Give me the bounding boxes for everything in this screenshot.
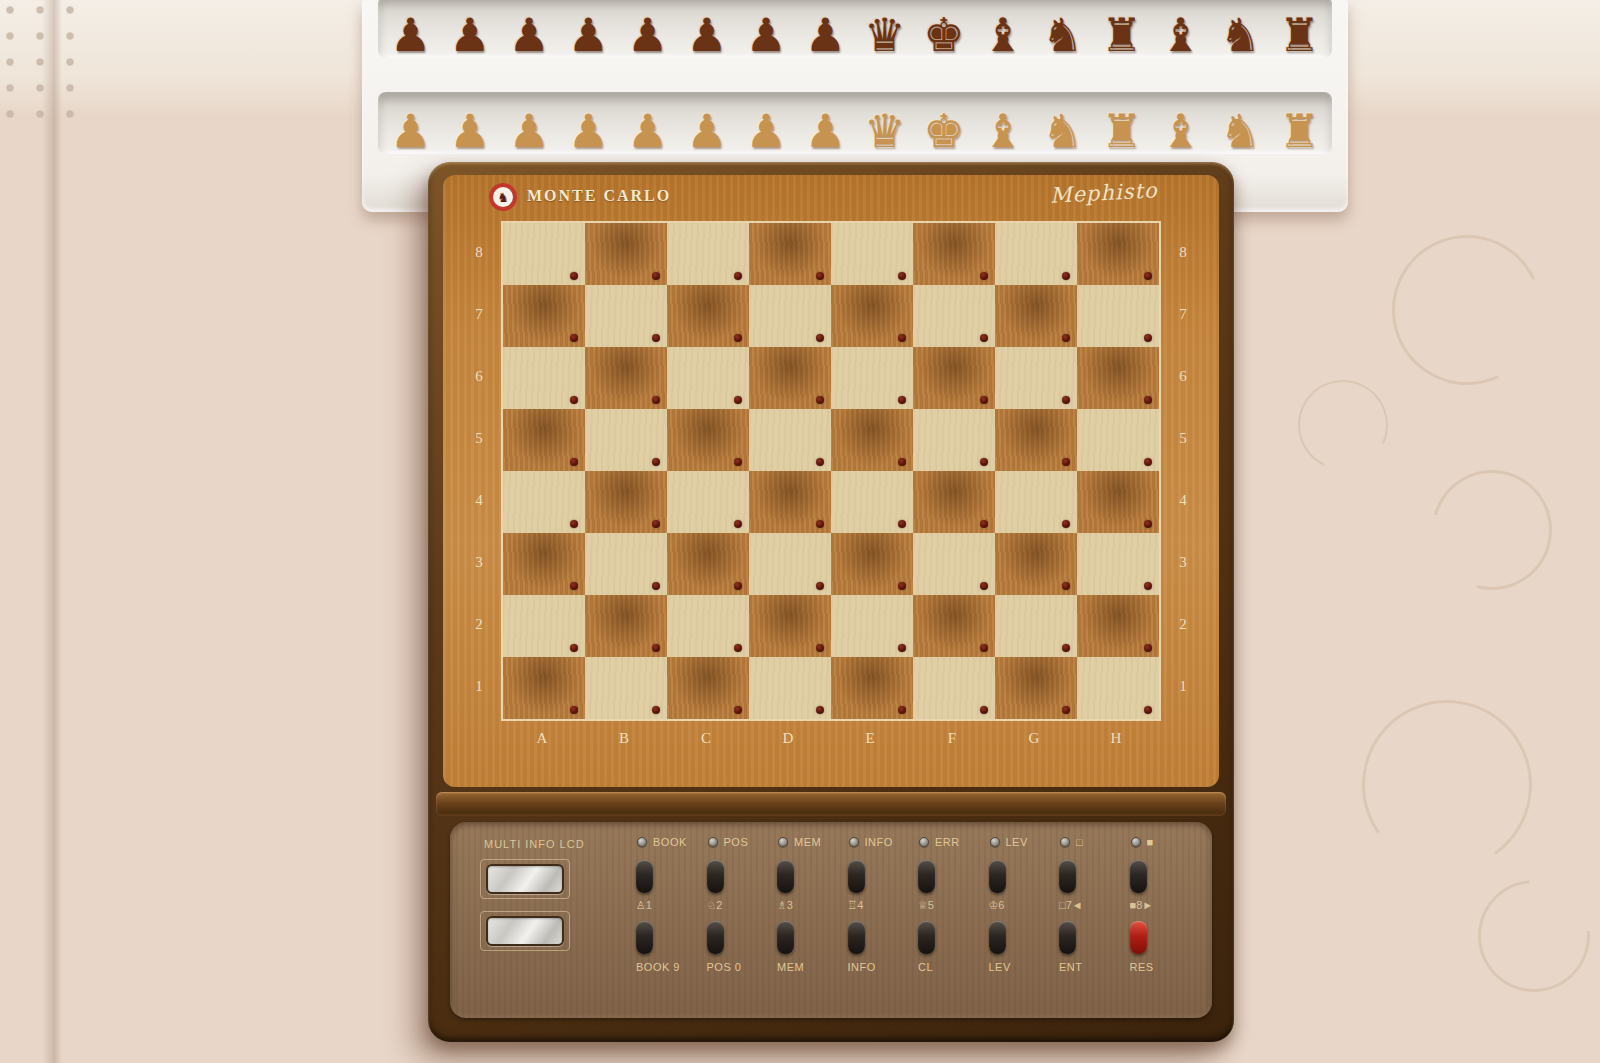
panel-column-2: POS♘2POS 0	[701, 832, 772, 1010]
square-c7[interactable]	[667, 285, 749, 347]
tray-piece-dark-6[interactable]: ♟	[686, 14, 727, 58]
led-label-ERR: ERR	[935, 836, 960, 848]
square-led-d3	[816, 582, 824, 590]
tray-piece-dark-2[interactable]: ♟	[449, 14, 490, 58]
square-d1[interactable]	[749, 657, 831, 719]
square-led-f8	[980, 272, 988, 280]
led-row-2: POS	[708, 832, 749, 852]
rank-label-right-4: 4	[1161, 469, 1205, 531]
board-face: ♞ MONTE CARLO Mephisto 87654321 ABCDEFGH…	[443, 175, 1219, 787]
led-label-BOOK: BOOK	[653, 836, 687, 848]
square-f6[interactable]	[913, 347, 995, 409]
tray-piece-light-16[interactable]: ♜	[1279, 110, 1320, 154]
tray-piece-light-11[interactable]: ♝	[983, 110, 1024, 154]
square-led-e3	[898, 582, 906, 590]
square-led-d2	[816, 644, 824, 652]
rank-label-left-3: 3	[457, 531, 501, 593]
panel-column-1: BOOK♙1BOOK 9	[630, 832, 701, 1010]
square-led-c4	[734, 520, 742, 528]
tray-piece-dark-9[interactable]: ♛	[864, 14, 905, 58]
mid-label-♗3: ♗3	[777, 898, 793, 913]
square-led-h7	[1144, 334, 1152, 342]
button-♕5[interactable]	[918, 860, 935, 893]
file-label-e: E	[829, 721, 911, 755]
square-led-a3	[570, 582, 578, 590]
panel-column-6: LEV♔6LEV	[983, 832, 1054, 1010]
tray-piece-light-3[interactable]: ♟	[509, 110, 550, 154]
square-b6[interactable]	[585, 347, 667, 409]
square-led-b6	[652, 396, 660, 404]
tray-piece-dark-13[interactable]: ♜	[1101, 14, 1142, 58]
swirl-decoration	[1349, 687, 1546, 884]
bottom-label-LEV: LEV	[989, 961, 1011, 973]
tray-piece-light-5[interactable]: ♟	[627, 110, 668, 154]
square-led-b3	[652, 582, 660, 590]
chess-computer: ♞ MONTE CARLO Mephisto 87654321 ABCDEFGH…	[428, 162, 1234, 1042]
tray-channel-light: ♟♟♟♟♟♟♟♟♛♚♝♞♜♝♞♜	[378, 92, 1332, 154]
tray-row-dark: ♟♟♟♟♟♟♟♟♛♚♝♞♜♝♞♜	[390, 14, 1320, 58]
lcd-display-bottom	[486, 916, 564, 946]
square-g6[interactable]	[995, 347, 1077, 409]
square-e2[interactable]	[831, 595, 913, 657]
square-b2[interactable]	[585, 595, 667, 657]
rank-label-right-6: 6	[1161, 345, 1205, 407]
button-MEM[interactable]	[777, 921, 794, 954]
model-name: MONTE CARLO	[527, 187, 671, 205]
tray-piece-dark-15[interactable]: ♞	[1220, 14, 1261, 58]
square-led-b8	[652, 272, 660, 280]
status-led-■	[1131, 837, 1141, 847]
square-g8[interactable]	[995, 223, 1077, 285]
status-led-MEM	[778, 837, 788, 847]
square-c4[interactable]	[667, 471, 749, 533]
led-row-4: INFO	[849, 832, 893, 852]
rank-label-left-2: 2	[457, 593, 501, 655]
control-panel: MULTI INFO LCD BOOK♙1BOOK 9POS♘2POS 0MEM…	[450, 822, 1212, 1018]
square-a3[interactable]	[503, 533, 585, 595]
button-■8►[interactable]	[1130, 860, 1147, 893]
file-label-h: H	[1075, 721, 1157, 755]
square-h4[interactable]	[1077, 471, 1159, 533]
bottom-label-INFO: INFO	[848, 961, 876, 973]
tray-piece-dark-12[interactable]: ♞	[1042, 14, 1083, 58]
brand-script: Mephisto	[1049, 178, 1158, 208]
square-led-h6	[1144, 396, 1152, 404]
square-led-h3	[1144, 582, 1152, 590]
rank-label-left-5: 5	[457, 407, 501, 469]
swirl-decoration	[1371, 214, 1563, 406]
square-d8[interactable]	[749, 223, 831, 285]
control-panel-inner: MULTI INFO LCD BOOK♙1BOOK 9POS♘2POS 0MEM…	[474, 832, 1194, 1010]
square-e8[interactable]	[831, 223, 913, 285]
square-a6[interactable]	[503, 347, 585, 409]
button-ENT[interactable]	[1059, 921, 1076, 954]
square-led-b7	[652, 334, 660, 342]
square-h8[interactable]	[1077, 223, 1159, 285]
square-led-g2	[1062, 644, 1070, 652]
square-led-d8	[816, 272, 824, 280]
square-f3[interactable]	[913, 533, 995, 595]
button-♙1[interactable]	[636, 860, 653, 893]
mid-label-■8►: ■8►	[1130, 898, 1154, 913]
square-a5[interactable]	[503, 409, 585, 471]
swirl-decoration	[1285, 367, 1400, 482]
square-a8[interactable]	[503, 223, 585, 285]
button-LEV[interactable]	[989, 921, 1006, 954]
led-label-INFO: INFO	[865, 836, 893, 848]
square-led-f1	[980, 706, 988, 714]
tray-piece-dark-11[interactable]: ♝	[983, 14, 1024, 58]
square-d3[interactable]	[749, 533, 831, 595]
square-led-c1	[734, 706, 742, 714]
rank-labels-left: 87654321	[457, 221, 501, 755]
square-e4[interactable]	[831, 471, 913, 533]
square-led-e7	[898, 334, 906, 342]
rank-label-right-8: 8	[1161, 221, 1205, 283]
square-led-e2	[898, 644, 906, 652]
square-led-g8	[1062, 272, 1070, 280]
tray-piece-light-1[interactable]: ♟	[390, 110, 431, 154]
tray-piece-light-13[interactable]: ♜	[1101, 110, 1142, 154]
tray-piece-light-9[interactable]: ♛	[864, 110, 905, 154]
square-led-a8	[570, 272, 578, 280]
file-label-f: F	[911, 721, 993, 755]
square-led-c3	[734, 582, 742, 590]
tray-channel-dark: ♟♟♟♟♟♟♟♟♛♚♝♞♜♝♞♜	[378, 0, 1332, 58]
square-h6[interactable]	[1077, 347, 1159, 409]
square-e6[interactable]	[831, 347, 913, 409]
bottom-label-POS 0: POS 0	[707, 961, 742, 973]
led-label-POS: POS	[724, 836, 749, 848]
square-led-a6	[570, 396, 578, 404]
square-f8[interactable]	[913, 223, 995, 285]
tray-piece-light-15[interactable]: ♞	[1220, 110, 1261, 154]
rank-label-right-1: 1	[1161, 655, 1205, 717]
square-led-f5	[980, 458, 988, 466]
square-d4[interactable]	[749, 471, 831, 533]
square-led-d1	[816, 706, 824, 714]
button-POS 0[interactable]	[707, 921, 724, 954]
lcd-label: MULTI INFO LCD	[484, 838, 585, 850]
square-f7[interactable]	[913, 285, 995, 347]
led-row-8: ■	[1131, 832, 1154, 852]
rank-label-right-7: 7	[1161, 283, 1205, 345]
status-led-BOOK	[637, 837, 647, 847]
square-d2[interactable]	[749, 595, 831, 657]
square-d5[interactable]	[749, 409, 831, 471]
square-led-b1	[652, 706, 660, 714]
tray-piece-dark-4[interactable]: ♟	[568, 14, 609, 58]
square-led-f2	[980, 644, 988, 652]
button-♘2[interactable]	[707, 860, 724, 893]
square-led-f6	[980, 396, 988, 404]
mid-label-♔6: ♔6	[989, 898, 1005, 913]
square-led-g6	[1062, 396, 1070, 404]
panel-column-8: ■■8►RES	[1124, 832, 1195, 1010]
square-h1[interactable]	[1077, 657, 1159, 719]
file-labels: ABCDEFGH	[501, 721, 1161, 755]
panel-column-7: □□7◄ENT	[1053, 832, 1124, 1010]
tray-piece-light-8[interactable]: ♟	[805, 110, 846, 154]
tray-piece-light-4[interactable]: ♟	[568, 110, 609, 154]
square-led-h1	[1144, 706, 1152, 714]
status-led-POS	[708, 837, 718, 847]
square-led-b4	[652, 520, 660, 528]
button-♖4[interactable]	[848, 860, 865, 893]
status-led-INFO	[849, 837, 859, 847]
square-g5[interactable]	[995, 409, 1077, 471]
tray-piece-light-6[interactable]: ♟	[686, 110, 727, 154]
square-led-f3	[980, 582, 988, 590]
square-g7[interactable]	[995, 285, 1077, 347]
tray-piece-dark-5[interactable]: ♟	[627, 14, 668, 58]
tray-piece-light-12[interactable]: ♞	[1042, 110, 1083, 154]
square-c5[interactable]	[667, 409, 749, 471]
tray-piece-light-7[interactable]: ♟	[746, 110, 787, 154]
tablecloth-fold	[42, 0, 62, 1063]
square-led-b5	[652, 458, 660, 466]
square-g3[interactable]	[995, 533, 1077, 595]
square-f4[interactable]	[913, 471, 995, 533]
led-row-5: ERR	[919, 832, 960, 852]
square-b1[interactable]	[585, 657, 667, 719]
square-led-e4	[898, 520, 906, 528]
rank-label-left-7: 7	[457, 283, 501, 345]
bottom-label-RES: RES	[1130, 961, 1154, 973]
panel-column-4: INFO♖4INFO	[842, 832, 913, 1010]
file-label-a: A	[501, 721, 583, 755]
file-label-d: D	[747, 721, 829, 755]
led-row-3: MEM	[778, 832, 821, 852]
mid-label-□7◄: □7◄	[1059, 898, 1083, 913]
led-row-7: □	[1060, 832, 1083, 852]
square-led-d5	[816, 458, 824, 466]
square-h2[interactable]	[1077, 595, 1159, 657]
tray-piece-dark-10[interactable]: ♚	[923, 14, 964, 58]
square-led-b2	[652, 644, 660, 652]
led-label-■: ■	[1147, 836, 1154, 848]
square-e5[interactable]	[831, 409, 913, 471]
square-c2[interactable]	[667, 595, 749, 657]
button-BOOK 9[interactable]	[636, 921, 653, 954]
button-INFO[interactable]	[848, 921, 865, 954]
square-a7[interactable]	[503, 285, 585, 347]
square-led-g5	[1062, 458, 1070, 466]
square-b3[interactable]	[585, 533, 667, 595]
square-g2[interactable]	[995, 595, 1077, 657]
square-led-c6	[734, 396, 742, 404]
square-d6[interactable]	[749, 347, 831, 409]
square-led-c8	[734, 272, 742, 280]
square-h7[interactable]	[1077, 285, 1159, 347]
lcd-section: MULTI INFO LCD	[474, 832, 630, 1010]
tray-piece-dark-1[interactable]: ♟	[390, 14, 431, 58]
rank-label-left-4: 4	[457, 469, 501, 531]
rank-label-right-3: 3	[1161, 531, 1205, 593]
square-led-c7	[734, 334, 742, 342]
tray-piece-dark-16[interactable]: ♜	[1279, 14, 1320, 58]
square-led-g1	[1062, 706, 1070, 714]
square-a1[interactable]	[503, 657, 585, 719]
square-h5[interactable]	[1077, 409, 1159, 471]
panel-column-3: MEM♗3MEM	[771, 832, 842, 1010]
square-led-a7	[570, 334, 578, 342]
square-b5[interactable]	[585, 409, 667, 471]
square-a4[interactable]	[503, 471, 585, 533]
status-led-ERR	[919, 837, 929, 847]
reset-button[interactable]	[1130, 921, 1147, 954]
square-led-a5	[570, 458, 578, 466]
square-b8[interactable]	[585, 223, 667, 285]
rank-label-left-1: 1	[457, 655, 501, 717]
square-f1[interactable]	[913, 657, 995, 719]
file-label-g: G	[993, 721, 1075, 755]
square-led-d4	[816, 520, 824, 528]
rank-label-right-5: 5	[1161, 407, 1205, 469]
button-♗3[interactable]	[777, 860, 794, 893]
led-label-LEV: LEV	[1006, 836, 1028, 848]
square-led-a4	[570, 520, 578, 528]
button-□7◄[interactable]	[1059, 860, 1076, 893]
square-c8[interactable]	[667, 223, 749, 285]
square-led-h8	[1144, 272, 1152, 280]
rank-label-left-8: 8	[457, 221, 501, 283]
tray-piece-light-10[interactable]: ♚	[923, 110, 964, 154]
swirl-decoration	[1455, 857, 1600, 1015]
mid-label-♖4: ♖4	[848, 898, 864, 913]
tray-piece-light-14[interactable]: ♝	[1160, 110, 1201, 154]
square-led-g4	[1062, 520, 1070, 528]
button-columns: BOOK♙1BOOK 9POS♘2POS 0MEM♗3MEMINFO♖4INFO…	[630, 832, 1194, 1010]
rank-label-left-6: 6	[457, 345, 501, 407]
square-c6[interactable]	[667, 347, 749, 409]
square-led-a2	[570, 644, 578, 652]
square-led-g3	[1062, 582, 1070, 590]
led-label-MEM: MEM	[794, 836, 821, 848]
lcd-frame-bottom	[480, 911, 570, 951]
bottom-label-BOOK 9: BOOK 9	[636, 961, 680, 973]
square-b4[interactable]	[585, 471, 667, 533]
file-label-b: B	[583, 721, 665, 755]
mid-label-♘2: ♘2	[707, 898, 723, 913]
tray-piece-dark-3[interactable]: ♟	[509, 14, 550, 58]
square-led-c5	[734, 458, 742, 466]
square-led-f7	[980, 334, 988, 342]
tray-piece-dark-7[interactable]: ♟	[746, 14, 787, 58]
square-led-e5	[898, 458, 906, 466]
rank-label-right-2: 2	[1161, 593, 1205, 655]
square-led-e8	[898, 272, 906, 280]
mid-label-♙1: ♙1	[636, 898, 652, 913]
square-led-h2	[1144, 644, 1152, 652]
mephisto-logo-icon: ♞	[489, 183, 517, 211]
panel-column-5: ERR♕5CL	[912, 832, 983, 1010]
knight-devil-icon: ♞	[497, 191, 509, 204]
status-led-□	[1060, 837, 1070, 847]
square-led-c2	[734, 644, 742, 652]
square-led-h4	[1144, 520, 1152, 528]
status-led-LEV	[990, 837, 1000, 847]
square-led-h5	[1144, 458, 1152, 466]
tray-piece-dark-14[interactable]: ♝	[1160, 14, 1201, 58]
square-h3[interactable]	[1077, 533, 1159, 595]
square-led-a1	[570, 706, 578, 714]
square-e7[interactable]	[831, 285, 913, 347]
square-led-e1	[898, 706, 906, 714]
square-e1[interactable]	[831, 657, 913, 719]
button-CL[interactable]	[918, 921, 935, 954]
file-label-c: C	[665, 721, 747, 755]
lcd-display-top	[486, 864, 564, 894]
tray-piece-light-2[interactable]: ♟	[449, 110, 490, 154]
board-cluster: 87654321 ABCDEFGH 87654321	[443, 221, 1219, 755]
square-led-e6	[898, 396, 906, 404]
square-g4[interactable]	[995, 471, 1077, 533]
board-grid	[501, 221, 1161, 721]
square-e3[interactable]	[831, 533, 913, 595]
tray-row-light: ♟♟♟♟♟♟♟♟♛♚♝♞♜♝♞♜	[390, 110, 1320, 154]
square-g1[interactable]	[995, 657, 1077, 719]
bottom-label-CL: CL	[918, 961, 933, 973]
swirl-decoration	[1410, 448, 1574, 612]
square-led-g7	[1062, 334, 1070, 342]
led-row-6: LEV	[990, 832, 1028, 852]
rank-labels-right: 87654321	[1161, 221, 1205, 755]
square-d7[interactable]	[749, 285, 831, 347]
square-led-f4	[980, 520, 988, 528]
square-led-d6	[816, 396, 824, 404]
led-label-□: □	[1076, 836, 1083, 848]
bottom-label-MEM: MEM	[777, 961, 804, 973]
bottom-label-ENT: ENT	[1059, 961, 1083, 973]
square-a2[interactable]	[503, 595, 585, 657]
lcd-frame-top	[480, 859, 570, 899]
tray-piece-dark-8[interactable]: ♟	[805, 14, 846, 58]
square-b7[interactable]	[585, 285, 667, 347]
button-♔6[interactable]	[989, 860, 1006, 893]
square-c3[interactable]	[667, 533, 749, 595]
led-row-1: BOOK	[637, 832, 687, 852]
square-c1[interactable]	[667, 657, 749, 719]
mid-label-♕5: ♕5	[918, 898, 934, 913]
square-f2[interactable]	[913, 595, 995, 657]
square-led-d7	[816, 334, 824, 342]
wood-molding	[436, 792, 1226, 816]
board-center: ABCDEFGH	[501, 221, 1161, 755]
square-f5[interactable]	[913, 409, 995, 471]
